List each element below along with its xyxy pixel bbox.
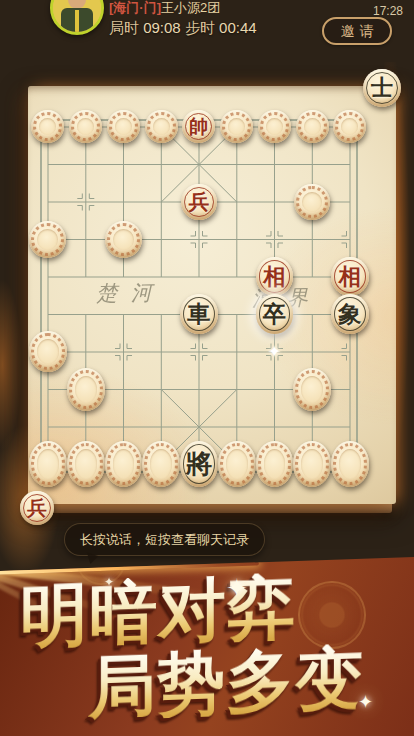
board-point-r6c2[interactable]: [105, 333, 143, 371]
board-point-r4c7[interactable]: [293, 258, 331, 296]
move-time-label: 步时: [185, 19, 215, 36]
board-point-r2c6[interactable]: [256, 183, 294, 221]
captured-piece-label: 兵: [27, 495, 47, 522]
board-point-r8c8[interactable]: [331, 408, 369, 446]
board-point-r1c4[interactable]: [180, 146, 218, 184]
board-point-r7c4[interactable]: [180, 371, 218, 409]
board-point-r7c5[interactable]: [218, 371, 256, 409]
avatar-photo: [53, 0, 101, 32]
board-point-r8c7[interactable]: [293, 408, 331, 446]
board-point-r6c4[interactable]: [180, 333, 218, 371]
piece-character: 兵: [188, 188, 209, 216]
piece-hidden[interactable]: [29, 221, 66, 258]
board-point-r2c0[interactable]: [29, 183, 67, 221]
board-point-r4c8[interactable]: 相: [331, 258, 369, 296]
piece-hidden[interactable]: [31, 110, 64, 143]
guild-tag: [海门·门]: [109, 0, 161, 15]
piece-hidden[interactable]: [107, 110, 140, 143]
piece-character: 將: [186, 447, 212, 482]
board-point-r2c5[interactable]: [218, 183, 256, 221]
board-point-r2c1[interactable]: [67, 183, 105, 221]
board-point-r1c1[interactable]: [67, 146, 105, 184]
board-point-r3c7[interactable]: [293, 221, 331, 259]
board-point-r8c6[interactable]: [256, 408, 294, 446]
piece-red-帥[interactable]: 帥: [182, 110, 215, 143]
board-point-r5c0[interactable]: [29, 296, 67, 334]
captured-piece-tray-bottom: 兵: [20, 491, 54, 525]
board-point-r4c5[interactable]: [218, 258, 256, 296]
timers: 局时 09:08 步时 00:44: [109, 19, 257, 38]
board-point-r6c6[interactable]: ✦: [256, 333, 294, 371]
board-point-r3c0[interactable]: [29, 221, 67, 259]
piece-hidden[interactable]: [256, 441, 294, 487]
board-point-r9c4[interactable]: 將: [180, 446, 218, 484]
board-point-r6c7[interactable]: [293, 333, 331, 371]
move-time-value: 00:44: [219, 19, 257, 36]
board-point-r7c0[interactable]: [29, 371, 67, 409]
board-point-r2c7[interactable]: [293, 183, 331, 221]
piece-character: 象: [338, 299, 361, 330]
piece-hidden[interactable]: [331, 441, 369, 487]
player-name-line: [海门·门]王小源2团: [109, 1, 220, 15]
board-point-r3c1[interactable]: [67, 221, 105, 259]
board-point-r0c2[interactable]: [105, 108, 143, 146]
board-point-r8c4[interactable]: [180, 408, 218, 446]
invite-button[interactable]: 邀请: [322, 17, 392, 45]
board-point-r9c0[interactable]: [29, 446, 67, 484]
board-point-r1c0[interactable]: [29, 146, 67, 184]
board-point-r9c6[interactable]: [256, 446, 294, 484]
piece-hidden[interactable]: [296, 110, 329, 143]
board-point-r5c3[interactable]: [142, 296, 180, 334]
piece-red-相[interactable]: 相: [256, 257, 294, 296]
piece-hidden[interactable]: [293, 368, 331, 411]
board-point-r0c7[interactable]: [293, 108, 331, 146]
board-point-r0c3[interactable]: [142, 108, 180, 146]
board-point-r7c2[interactable]: [105, 371, 143, 409]
board-point-r5c7[interactable]: [293, 296, 331, 334]
board-point-r5c5[interactable]: [218, 296, 256, 334]
piece-character: 相: [339, 261, 361, 292]
captured-piece-tray-top: 士: [363, 69, 401, 107]
board-point-r3c8[interactable]: [331, 221, 369, 259]
board-point-r6c0[interactable]: [29, 333, 67, 371]
board-point-r2c8[interactable]: [331, 183, 369, 221]
board-cells: 帥兵相相車卒象✦將: [29, 108, 369, 483]
captured-piece-label: 士: [371, 73, 393, 103]
banner-title-line2: 局势多变: [88, 643, 364, 721]
board-point-r8c3[interactable]: [142, 408, 180, 446]
board-point-r0c6[interactable]: [256, 108, 294, 146]
sparkle-icon: ✦: [226, 573, 248, 604]
top-bar: [海门·门]王小源2团 局时 09:08 步时 00:44 17:28 邀请: [0, 0, 414, 52]
piece-red-相[interactable]: 相: [331, 257, 369, 296]
piece-hidden[interactable]: [220, 110, 253, 143]
piece-hidden[interactable]: [293, 441, 331, 487]
board-point-r4c2[interactable]: [105, 258, 143, 296]
piece-character: 帥: [189, 114, 208, 140]
piece-hidden[interactable]: [67, 368, 105, 411]
board-point-r4c1[interactable]: [67, 258, 105, 296]
board-point-r9c3[interactable]: [142, 446, 180, 484]
piece-hidden[interactable]: [105, 441, 143, 487]
board-point-r9c5[interactable]: [218, 446, 256, 484]
game-time-label: 局时: [109, 19, 139, 36]
board-point-r6c8[interactable]: [331, 333, 369, 371]
piece-hidden[interactable]: [333, 110, 366, 143]
board-point-r5c1[interactable]: [67, 296, 105, 334]
board-point-r7c6[interactable]: [256, 371, 294, 409]
system-clock: 17:28: [373, 4, 403, 18]
board-point-r5c2[interactable]: [105, 296, 143, 334]
board-point-r8c1[interactable]: [67, 408, 105, 446]
board-point-r7c3[interactable]: [142, 371, 180, 409]
board-point-r3c5[interactable]: [218, 221, 256, 259]
piece-hidden[interactable]: [145, 110, 178, 143]
board-point-r3c2[interactable]: [105, 221, 143, 259]
board-point-r1c2[interactable]: [105, 146, 143, 184]
player-name: 王小源2团: [161, 0, 220, 15]
piece-red-兵[interactable]: 兵: [181, 184, 217, 220]
piece-hidden[interactable]: [105, 221, 142, 258]
board-point-r2c3[interactable]: [142, 183, 180, 221]
board-point-r5c6[interactable]: 卒: [256, 296, 294, 334]
board-point-r4c0[interactable]: [29, 258, 67, 296]
board-point-r6c5[interactable]: [218, 333, 256, 371]
board-point-r6c3[interactable]: [142, 333, 180, 371]
board-point-r0c5[interactable]: [218, 108, 256, 146]
board-point-r7c7[interactable]: [293, 371, 331, 409]
piece-character: 車: [187, 299, 210, 330]
board-point-r1c5[interactable]: [218, 146, 256, 184]
board-point-r1c7[interactable]: [293, 146, 331, 184]
board-point-r8c5[interactable]: [218, 408, 256, 446]
board-point-r0c8[interactable]: [331, 108, 369, 146]
board-point-r4c6[interactable]: 相: [256, 258, 294, 296]
piece-hidden[interactable]: [29, 331, 67, 372]
promo-banner: 明暗对弈 局势多变 ✦ ✦ ✦: [0, 555, 414, 736]
chat-hint-text: 长按说话，短按查看聊天记录: [80, 532, 249, 547]
board-point-r3c6[interactable]: [256, 221, 294, 259]
piece-hidden[interactable]: [258, 110, 291, 143]
game-time-value: 09:08: [143, 19, 181, 36]
board-point-r3c4[interactable]: [180, 221, 218, 259]
banner-title-line1: 明暗对弈: [20, 572, 296, 650]
piece-hidden[interactable]: [67, 441, 105, 487]
board-point-r9c1[interactable]: [67, 446, 105, 484]
piece-hidden[interactable]: [69, 110, 102, 143]
board-point-r9c2[interactable]: [105, 446, 143, 484]
board-point-r0c4[interactable]: 帥: [180, 108, 218, 146]
piece-black-象[interactable]: 象: [331, 294, 369, 334]
xiangqi-board[interactable]: 楚河 漢界 帥兵相相車卒象✦將: [28, 86, 396, 504]
screen: 楚河 漢界 帥兵相相車卒象✦將 士 兵 [海门·门]王小源2团 局时 09:08: [0, 0, 414, 736]
board-point-r1c8[interactable]: [331, 146, 369, 184]
board-point-r2c4[interactable]: 兵: [180, 183, 218, 221]
board-point-r0c0[interactable]: [29, 108, 67, 146]
sparkle-icon: ✦: [358, 691, 373, 713]
board-point-r9c8[interactable]: [331, 446, 369, 484]
board-point-r3c3[interactable]: [142, 221, 180, 259]
piece-hidden[interactable]: [294, 184, 330, 220]
board-point-r4c3[interactable]: [142, 258, 180, 296]
board-point-r8c2[interactable]: [105, 408, 143, 446]
board-point-r7c8[interactable]: [331, 371, 369, 409]
piece-black-卒[interactable]: 卒: [256, 294, 294, 334]
piece-character: 相: [263, 261, 285, 292]
board-point-r4c4[interactable]: [180, 258, 218, 296]
board-point-r1c6[interactable]: [256, 146, 294, 184]
piece-hidden[interactable]: [218, 441, 256, 487]
board-point-r5c4[interactable]: 車: [180, 296, 218, 334]
board-point-r2c2[interactable]: [105, 183, 143, 221]
board-point-r9c7[interactable]: [293, 446, 331, 484]
last-move-sparkle-icon: ✦: [268, 342, 281, 361]
board-point-r6c1[interactable]: [67, 333, 105, 371]
board-point-r1c3[interactable]: [142, 146, 180, 184]
piece-black-車[interactable]: 車: [180, 294, 218, 334]
piece-hidden[interactable]: [142, 441, 180, 487]
board-point-r7c1[interactable]: [67, 371, 105, 409]
voice-chat-hint-bubble[interactable]: 长按说话，短按查看聊天记录: [64, 523, 265, 556]
piece-character: 卒: [263, 299, 286, 330]
player-avatar[interactable]: [50, 0, 104, 35]
board-point-r5c8[interactable]: 象: [331, 296, 369, 334]
piece-hidden[interactable]: [29, 441, 67, 487]
board-point-r8c0[interactable]: [29, 408, 67, 446]
board-point-r0c1[interactable]: [67, 108, 105, 146]
sparkle-icon: ✦: [104, 575, 114, 589]
piece-black-將[interactable]: 將: [180, 441, 218, 487]
